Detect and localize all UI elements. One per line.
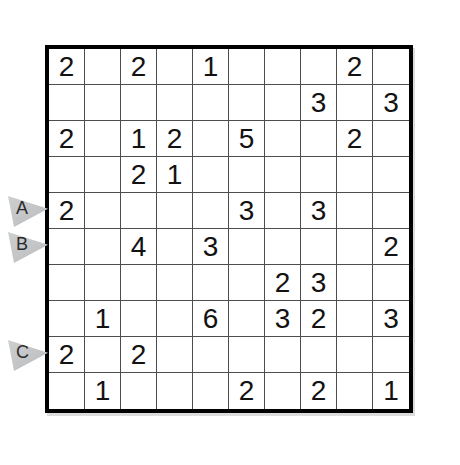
empty-cell[interactable]: [265, 49, 301, 85]
row-marker-label: C: [16, 343, 29, 361]
empty-cell[interactable]: [337, 193, 373, 229]
clue-cell: 3: [229, 193, 265, 229]
empty-cell[interactable]: [265, 193, 301, 229]
empty-cell[interactable]: [121, 265, 157, 301]
empty-cell[interactable]: [265, 121, 301, 157]
empty-cell[interactable]: [337, 229, 373, 265]
clue-cell: 1: [121, 121, 157, 157]
empty-cell[interactable]: [85, 49, 121, 85]
empty-cell[interactable]: [85, 157, 121, 193]
empty-cell[interactable]: [85, 85, 121, 121]
empty-cell[interactable]: [193, 85, 229, 121]
empty-cell[interactable]: [193, 193, 229, 229]
empty-cell[interactable]: [85, 265, 121, 301]
clue-cell: 1: [193, 49, 229, 85]
empty-cell[interactable]: [265, 337, 301, 373]
empty-cell[interactable]: [49, 157, 85, 193]
empty-cell[interactable]: [229, 337, 265, 373]
empty-cell[interactable]: [337, 85, 373, 121]
clue-cell: 1: [85, 301, 121, 337]
clue-cell: 3: [373, 85, 409, 121]
empty-cell[interactable]: [49, 229, 85, 265]
clue-cell: 1: [157, 157, 193, 193]
empty-cell[interactable]: [301, 49, 337, 85]
empty-cell[interactable]: [157, 229, 193, 265]
clue-cell: 3: [301, 193, 337, 229]
empty-cell[interactable]: [157, 265, 193, 301]
empty-cell[interactable]: [301, 121, 337, 157]
empty-cell[interactable]: [373, 337, 409, 373]
clue-cell: 2: [229, 373, 265, 409]
clue-cell: 5: [229, 121, 265, 157]
clue-cell: 2: [301, 373, 337, 409]
empty-cell[interactable]: [301, 157, 337, 193]
empty-cell[interactable]: [373, 157, 409, 193]
empty-cell[interactable]: [265, 157, 301, 193]
empty-cell[interactable]: [229, 229, 265, 265]
empty-cell[interactable]: [301, 229, 337, 265]
empty-cell[interactable]: [337, 265, 373, 301]
empty-cell[interactable]: [157, 49, 193, 85]
clue-cell: 2: [49, 121, 85, 157]
empty-cell[interactable]: [121, 301, 157, 337]
empty-cell[interactable]: [85, 229, 121, 265]
puzzle-grid: 22123321252212334322316323221221: [45, 45, 413, 413]
empty-cell[interactable]: [229, 157, 265, 193]
empty-cell[interactable]: [229, 265, 265, 301]
empty-cell[interactable]: [229, 301, 265, 337]
clue-cell: 2: [121, 157, 157, 193]
clue-cell: 2: [49, 49, 85, 85]
empty-cell[interactable]: [337, 301, 373, 337]
empty-cell[interactable]: [157, 301, 193, 337]
clue-cell: 2: [121, 49, 157, 85]
empty-cell[interactable]: [193, 373, 229, 409]
clue-cell: 2: [373, 229, 409, 265]
clue-cell: 2: [49, 337, 85, 373]
clue-cell: 2: [157, 121, 193, 157]
clue-cell: 2: [49, 193, 85, 229]
clue-cell: 2: [337, 49, 373, 85]
empty-cell[interactable]: [157, 85, 193, 121]
empty-cell[interactable]: [373, 193, 409, 229]
clue-cell: 1: [373, 373, 409, 409]
clue-cell: 3: [193, 229, 229, 265]
row-marker-label: A: [16, 199, 28, 217]
clue-cell: 1: [85, 373, 121, 409]
clue-cell: 3: [301, 85, 337, 121]
row-marker-b-triangle-icon: B: [8, 230, 48, 263]
empty-cell[interactable]: [157, 337, 193, 373]
empty-cell[interactable]: [121, 193, 157, 229]
empty-cell[interactable]: [337, 157, 373, 193]
empty-cell[interactable]: [265, 229, 301, 265]
empty-cell[interactable]: [337, 337, 373, 373]
empty-cell[interactable]: [85, 337, 121, 373]
empty-cell[interactable]: [193, 337, 229, 373]
empty-cell[interactable]: [373, 49, 409, 85]
clue-cell: 2: [301, 301, 337, 337]
empty-cell[interactable]: [373, 121, 409, 157]
empty-cell[interactable]: [49, 265, 85, 301]
empty-cell[interactable]: [193, 265, 229, 301]
row-marker-a-triangle-icon: A: [8, 194, 48, 227]
empty-cell[interactable]: [121, 85, 157, 121]
empty-cell[interactable]: [301, 337, 337, 373]
clue-cell: 2: [337, 121, 373, 157]
clue-cell: 4: [121, 229, 157, 265]
empty-cell[interactable]: [157, 193, 193, 229]
empty-cell[interactable]: [85, 193, 121, 229]
puzzle-page: 22123321252212334322316323221221 ABC: [0, 0, 460, 465]
empty-cell[interactable]: [121, 373, 157, 409]
clue-cell: 2: [121, 337, 157, 373]
empty-cell[interactable]: [373, 265, 409, 301]
row-marker-c-triangle-icon: C: [8, 338, 48, 371]
empty-cell[interactable]: [49, 85, 85, 121]
clue-cell: 3: [265, 301, 301, 337]
empty-cell[interactable]: [49, 301, 85, 337]
clue-cell: 6: [193, 301, 229, 337]
empty-cell[interactable]: [229, 85, 265, 121]
empty-cell[interactable]: [265, 85, 301, 121]
empty-cell[interactable]: [265, 373, 301, 409]
empty-cell[interactable]: [193, 121, 229, 157]
empty-cell[interactable]: [157, 373, 193, 409]
clue-cell: 3: [373, 301, 409, 337]
row-marker-label: B: [16, 235, 28, 253]
clue-cell: 2: [265, 265, 301, 301]
empty-cell[interactable]: [49, 373, 85, 409]
clue-cell: 3: [301, 265, 337, 301]
empty-cell[interactable]: [85, 121, 121, 157]
empty-cell[interactable]: [193, 157, 229, 193]
empty-cell[interactable]: [229, 49, 265, 85]
empty-cell[interactable]: [337, 373, 373, 409]
